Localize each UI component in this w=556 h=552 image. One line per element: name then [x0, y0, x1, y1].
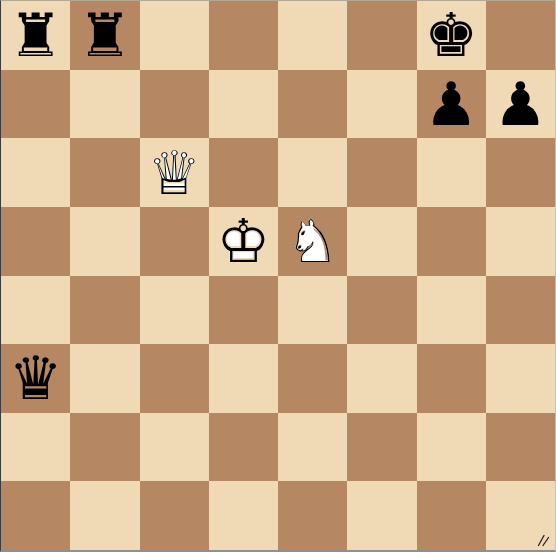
square-f3[interactable] [347, 344, 416, 413]
square-g5[interactable] [417, 207, 486, 276]
square-f8[interactable] [347, 1, 416, 70]
square-a1[interactable] [1, 481, 70, 550]
piece-white-king[interactable]: ♔ [209, 207, 278, 276]
square-h4[interactable] [486, 276, 555, 345]
square-d2[interactable] [209, 413, 278, 482]
square-b5[interactable] [70, 207, 139, 276]
square-b8[interactable]: ♜ [70, 1, 139, 70]
resize-corner-mark [536, 534, 550, 547]
square-g8[interactable]: ♚ [417, 1, 486, 70]
piece-black-pawn[interactable]: ♟ [417, 70, 486, 139]
square-d3[interactable] [209, 344, 278, 413]
square-b4[interactable] [70, 276, 139, 345]
square-g2[interactable] [417, 413, 486, 482]
square-c8[interactable] [140, 1, 209, 70]
square-d5[interactable]: ♚♔ [209, 207, 278, 276]
square-c1[interactable] [140, 481, 209, 550]
piece-black-queen[interactable]: ♛ [1, 344, 70, 413]
square-d4[interactable] [209, 276, 278, 345]
square-e8[interactable] [278, 1, 347, 70]
square-g7[interactable]: ♟ [417, 70, 486, 139]
square-d7[interactable] [209, 70, 278, 139]
square-h8[interactable] [486, 1, 555, 70]
square-h7[interactable]: ♟ [486, 70, 555, 139]
square-d8[interactable] [209, 1, 278, 70]
square-e5[interactable]: ♞♘ [278, 207, 347, 276]
square-g3[interactable] [417, 344, 486, 413]
square-h5[interactable] [486, 207, 555, 276]
chess-board[interactable]: ♜♜♚♟♟♛♕♚♔♞♘♛ [1, 1, 555, 550]
square-f6[interactable] [347, 138, 416, 207]
square-f1[interactable] [347, 481, 416, 550]
square-a3[interactable]: ♛ [1, 344, 70, 413]
square-f4[interactable] [347, 276, 416, 345]
piece-black-rook[interactable]: ♜ [70, 1, 139, 70]
square-d1[interactable] [209, 481, 278, 550]
square-g6[interactable] [417, 138, 486, 207]
square-b7[interactable] [70, 70, 139, 139]
square-g4[interactable] [417, 276, 486, 345]
square-e7[interactable] [278, 70, 347, 139]
square-a2[interactable] [1, 413, 70, 482]
square-b1[interactable] [70, 481, 139, 550]
square-c3[interactable] [140, 344, 209, 413]
square-g1[interactable] [417, 481, 486, 550]
square-b3[interactable] [70, 344, 139, 413]
square-a7[interactable] [1, 70, 70, 139]
square-h3[interactable] [486, 344, 555, 413]
square-e2[interactable] [278, 413, 347, 482]
square-b2[interactable] [70, 413, 139, 482]
piece-black-rook[interactable]: ♜ [1, 1, 70, 70]
piece-black-king[interactable]: ♚ [417, 1, 486, 70]
square-h6[interactable] [486, 138, 555, 207]
square-e1[interactable] [278, 481, 347, 550]
square-d6[interactable] [209, 138, 278, 207]
square-c4[interactable] [140, 276, 209, 345]
square-e3[interactable] [278, 344, 347, 413]
square-a4[interactable] [1, 276, 70, 345]
square-h2[interactable] [486, 413, 555, 482]
square-a6[interactable] [1, 138, 70, 207]
square-e4[interactable] [278, 276, 347, 345]
square-c6[interactable]: ♛♕ [140, 138, 209, 207]
piece-black-pawn[interactable]: ♟ [486, 70, 555, 139]
square-e6[interactable] [278, 138, 347, 207]
square-a5[interactable] [1, 207, 70, 276]
square-f5[interactable] [347, 207, 416, 276]
square-c5[interactable] [140, 207, 209, 276]
square-c7[interactable] [140, 70, 209, 139]
piece-white-knight[interactable]: ♘ [278, 207, 347, 276]
square-b6[interactable] [70, 138, 139, 207]
square-f7[interactable] [347, 70, 416, 139]
square-a8[interactable]: ♜ [1, 1, 70, 70]
chess-board-frame: ♜♜♚♟♟♛♕♚♔♞♘♛ [0, 0, 556, 552]
piece-white-queen[interactable]: ♕ [140, 138, 209, 207]
square-c2[interactable] [140, 413, 209, 482]
square-f2[interactable] [347, 413, 416, 482]
